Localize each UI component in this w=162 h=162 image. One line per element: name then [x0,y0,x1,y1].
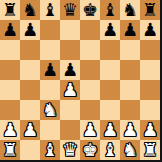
square-c2[interactable] [40,120,60,140]
piece-white-rook[interactable]: ♜ [2,140,18,160]
square-g2[interactable]: ♟ [120,120,140,140]
piece-white-knight[interactable]: ♞ [42,100,58,120]
piece-white-pawn[interactable]: ♟ [2,120,18,140]
square-e8[interactable]: ♚ [80,0,100,20]
piece-white-pawn[interactable]: ♟ [62,80,78,100]
square-e5[interactable] [80,60,100,80]
piece-white-pawn[interactable]: ♟ [22,120,38,140]
chess-board: ♜♞♝♛♚♝♞♜♟♟♟♟♟♟♟♟♞♟♟♟♟♟♟♜♝♛♚♝♞♜ [0,0,162,162]
piece-black-pawn[interactable]: ♟ [142,20,158,40]
square-c3[interactable]: ♞ [40,100,60,120]
square-a1[interactable]: ♜ [0,140,20,160]
square-d4[interactable]: ♟ [60,80,80,100]
piece-white-knight[interactable]: ♞ [122,140,138,160]
square-b1[interactable] [20,140,40,160]
square-a5[interactable] [0,60,20,80]
square-d3[interactable] [60,100,80,120]
square-h4[interactable] [140,80,160,100]
square-g6[interactable] [120,40,140,60]
square-f3[interactable] [100,100,120,120]
square-b2[interactable]: ♟ [20,120,40,140]
square-g5[interactable] [120,60,140,80]
square-f6[interactable] [100,40,120,60]
square-c8[interactable]: ♝ [40,0,60,20]
square-c4[interactable] [40,80,60,100]
piece-black-pawn[interactable]: ♟ [122,20,138,40]
square-a6[interactable] [0,40,20,60]
piece-white-pawn[interactable]: ♟ [82,120,98,140]
square-f4[interactable] [100,80,120,100]
piece-black-pawn[interactable]: ♟ [42,60,58,80]
piece-black-knight[interactable]: ♞ [22,0,38,20]
square-h7[interactable]: ♟ [140,20,160,40]
square-a8[interactable]: ♜ [0,0,20,20]
square-d2[interactable] [60,120,80,140]
piece-black-pawn[interactable]: ♟ [102,20,118,40]
piece-black-pawn[interactable]: ♟ [22,20,38,40]
piece-black-queen[interactable]: ♛ [62,0,78,20]
square-g8[interactable]: ♞ [120,0,140,20]
square-h1[interactable]: ♜ [140,140,160,160]
square-f1[interactable]: ♝ [100,140,120,160]
square-e1[interactable]: ♚ [80,140,100,160]
square-d8[interactable]: ♛ [60,0,80,20]
square-e7[interactable] [80,20,100,40]
piece-white-bishop[interactable]: ♝ [42,140,58,160]
square-b4[interactable] [20,80,40,100]
square-e6[interactable] [80,40,100,60]
square-b3[interactable] [20,100,40,120]
piece-white-queen[interactable]: ♛ [62,140,78,160]
square-d6[interactable] [60,40,80,60]
piece-white-king[interactable]: ♚ [82,140,98,160]
square-d7[interactable] [60,20,80,40]
piece-white-pawn[interactable]: ♟ [142,120,158,140]
square-b7[interactable]: ♟ [20,20,40,40]
square-f5[interactable] [100,60,120,80]
piece-black-pawn[interactable]: ♟ [62,60,78,80]
square-a2[interactable]: ♟ [0,120,20,140]
square-h6[interactable] [140,40,160,60]
square-f8[interactable]: ♝ [100,0,120,20]
square-c1[interactable]: ♝ [40,140,60,160]
square-h2[interactable]: ♟ [140,120,160,140]
square-a7[interactable]: ♟ [0,20,20,40]
piece-black-rook[interactable]: ♜ [2,0,18,20]
piece-white-rook[interactable]: ♜ [142,140,158,160]
square-e3[interactable] [80,100,100,120]
square-c6[interactable] [40,40,60,60]
piece-white-bishop[interactable]: ♝ [102,140,118,160]
piece-black-king[interactable]: ♚ [82,0,98,20]
square-g4[interactable] [120,80,140,100]
square-b6[interactable] [20,40,40,60]
square-a4[interactable] [0,80,20,100]
piece-black-bishop[interactable]: ♝ [102,0,118,20]
piece-black-rook[interactable]: ♜ [142,0,158,20]
square-f7[interactable]: ♟ [100,20,120,40]
square-h3[interactable] [140,100,160,120]
square-g3[interactable] [120,100,140,120]
square-g1[interactable]: ♞ [120,140,140,160]
square-h5[interactable] [140,60,160,80]
square-a3[interactable] [0,100,20,120]
square-h8[interactable]: ♜ [140,0,160,20]
piece-black-knight[interactable]: ♞ [122,0,138,20]
piece-white-pawn[interactable]: ♟ [122,120,138,140]
square-g7[interactable]: ♟ [120,20,140,40]
piece-black-bishop[interactable]: ♝ [42,0,58,20]
square-d1[interactable]: ♛ [60,140,80,160]
piece-white-pawn[interactable]: ♟ [102,120,118,140]
square-e4[interactable] [80,80,100,100]
square-c7[interactable] [40,20,60,40]
piece-black-pawn[interactable]: ♟ [2,20,18,40]
square-b5[interactable] [20,60,40,80]
square-b8[interactable]: ♞ [20,0,40,20]
square-f2[interactable]: ♟ [100,120,120,140]
square-d5[interactable]: ♟ [60,60,80,80]
square-e2[interactable]: ♟ [80,120,100,140]
square-c5[interactable]: ♟ [40,60,60,80]
